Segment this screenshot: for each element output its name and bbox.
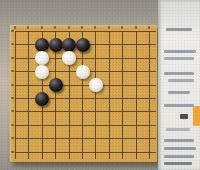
board-horizontal-line: [15, 85, 156, 86]
blurred-text-line: [166, 128, 190, 131]
board-vertical-line: [136, 31, 137, 159]
top-coordinate-tick: [135, 26, 137, 29]
top-coordinate-tick: [27, 26, 29, 29]
board-horizontal-line: [15, 138, 156, 139]
left-coordinate-tick: [11, 137, 14, 139]
top-coordinate-tick: [148, 26, 150, 29]
board-horizontal-line: [15, 152, 156, 153]
board-vertical-line: [28, 31, 29, 159]
blurred-text-line: [168, 79, 194, 82]
go-board: [10, 25, 157, 162]
top-coordinate-tick: [54, 26, 56, 29]
top-coordinate-tick: [108, 26, 110, 29]
top-coordinate-tick: [94, 26, 96, 29]
board-vertical-line: [149, 31, 150, 159]
white-stone: [89, 78, 103, 92]
blurred-text-line: [164, 50, 196, 53]
blurred-text-line: [164, 72, 194, 75]
black-stone: [49, 78, 63, 92]
white-stone: [76, 65, 90, 79]
blurred-text-line: [164, 104, 194, 107]
top-coordinate-tick: [68, 26, 70, 29]
black-stone: [49, 38, 63, 52]
blurred-text-line: [164, 139, 194, 142]
small-print-mark: [180, 114, 188, 119]
orange-accent-bar: [193, 106, 200, 126]
black-stone: [62, 38, 76, 52]
blurred-text-line: [164, 162, 192, 165]
left-coordinate-tick: [11, 57, 14, 59]
left-coordinate-tick: [11, 30, 14, 32]
left-coordinate-tick: [11, 84, 14, 86]
board-vertical-line: [109, 31, 110, 159]
board-horizontal-line: [15, 31, 156, 32]
left-coordinate-tick: [11, 43, 14, 45]
left-coordinate-tick: [11, 124, 14, 126]
left-coordinate-tick: [11, 70, 14, 72]
black-stone: [35, 92, 49, 106]
board-horizontal-line: [15, 111, 156, 112]
blurred-text-line: [164, 155, 194, 158]
left-coordinate-tick: [11, 151, 14, 153]
board-horizontal-line: [15, 125, 156, 126]
white-stone: [62, 51, 76, 65]
scanned-photo-scene: [0, 0, 200, 170]
blurred-text-line: [164, 147, 196, 150]
top-coordinate-tick: [14, 26, 16, 29]
board-vertical-line: [15, 31, 16, 159]
blurred-text-line: [166, 28, 192, 31]
left-coordinate-tick: [11, 97, 14, 99]
black-stone: [35, 38, 49, 52]
white-stone: [35, 51, 49, 65]
top-coordinate-tick: [81, 26, 83, 29]
top-coordinate-tick: [121, 26, 123, 29]
board-vertical-line: [122, 31, 123, 159]
board-vertical-line: [95, 31, 96, 159]
blurred-text-line: [164, 57, 194, 60]
top-coordinate-tick: [41, 26, 43, 29]
black-stone: [76, 38, 90, 52]
book-page-column: [158, 0, 200, 170]
left-coordinate-tick: [11, 110, 14, 112]
white-stone: [35, 65, 49, 79]
blurred-text-line: [168, 91, 190, 94]
